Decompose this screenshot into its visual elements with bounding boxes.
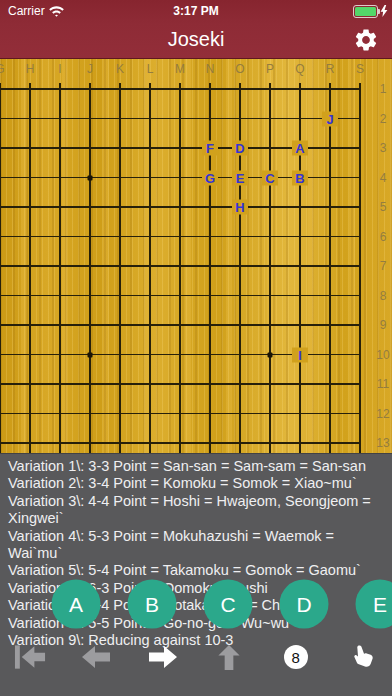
board-intersection[interactable] [135, 163, 165, 193]
go-board[interactable]: GHIJKLMNOPQRS 12345678910111213 ABCDEFGH… [0, 59, 392, 453]
board-intersection[interactable] [345, 163, 375, 193]
next-move-button[interactable] [143, 641, 183, 673]
board-intersection[interactable] [315, 310, 345, 340]
marked-point-a[interactable]: A [292, 141, 308, 156]
board-intersection[interactable] [135, 428, 165, 453]
board-intersection[interactable] [195, 281, 225, 311]
board-intersection[interactable] [345, 369, 375, 399]
board-intersection[interactable] [285, 104, 315, 134]
board-intersection[interactable] [75, 251, 105, 281]
column-label: G [0, 62, 5, 76]
board-intersection[interactable] [255, 369, 285, 399]
variation-button-b[interactable]: B [128, 580, 177, 629]
board-intersection[interactable] [315, 428, 345, 453]
board-intersection[interactable] [0, 340, 15, 370]
board-intersection[interactable] [0, 399, 15, 429]
board-intersection[interactable] [165, 251, 195, 281]
board-intersection[interactable] [255, 104, 285, 134]
board-intersection[interactable] [0, 428, 15, 453]
board-intersection[interactable] [165, 74, 195, 104]
board-intersection[interactable] [225, 399, 255, 429]
row-label: 2 [380, 112, 387, 126]
up-variation-button[interactable] [209, 641, 249, 673]
board-intersection[interactable] [315, 399, 345, 429]
board-intersection[interactable] [15, 310, 45, 340]
row-label: 13 [376, 436, 389, 450]
board-intersection[interactable] [285, 399, 315, 429]
battery-icon [353, 5, 378, 18]
board-intersection[interactable] [75, 192, 105, 222]
board-intersection[interactable] [345, 104, 375, 134]
board-intersection[interactable] [105, 251, 135, 281]
board-intersection[interactable] [45, 340, 75, 370]
row-label: 1 [380, 82, 387, 96]
board-intersection[interactable] [285, 428, 315, 453]
column-label: M [175, 62, 185, 76]
board-intersection[interactable] [315, 251, 345, 281]
star-point [88, 352, 93, 357]
board-intersection[interactable] [345, 133, 375, 163]
board-intersection[interactable] [165, 133, 195, 163]
board-intersection[interactable] [165, 399, 195, 429]
board-intersection[interactable] [255, 281, 285, 311]
previous-move-button[interactable] [76, 641, 116, 673]
board-intersection[interactable] [195, 369, 225, 399]
marked-point-j[interactable]: J [322, 111, 338, 126]
board-intersection[interactable] [225, 310, 255, 340]
board-intersection[interactable] [45, 104, 75, 134]
board-intersection[interactable] [285, 74, 315, 104]
board-intersection[interactable] [195, 74, 225, 104]
navigation-bar: Joseki [0, 22, 392, 59]
board-intersection[interactable] [225, 340, 255, 370]
column-label: H [26, 62, 35, 76]
board-intersection[interactable] [225, 222, 255, 252]
board-intersection[interactable] [255, 428, 285, 453]
variation-button-c[interactable]: C [204, 580, 253, 629]
board-intersection[interactable] [45, 163, 75, 193]
board-intersection[interactable] [75, 310, 105, 340]
first-move-button[interactable] [10, 641, 50, 673]
marked-point-g[interactable]: G [202, 170, 218, 185]
row-label: 8 [380, 289, 387, 303]
board-intersection[interactable] [345, 340, 375, 370]
board-intersection[interactable] [0, 104, 15, 134]
move-number-badge[interactable]: 8 [276, 641, 316, 673]
board-intersection[interactable] [15, 163, 45, 193]
board-intersection[interactable] [195, 104, 225, 134]
board-intersection[interactable] [285, 251, 315, 281]
board-intersection[interactable] [75, 133, 105, 163]
header: Carrier 3:17 PM Joseki [0, 0, 392, 59]
board-intersection[interactable] [15, 133, 45, 163]
star-point [268, 352, 273, 357]
column-label: P [266, 62, 274, 76]
board-intersection[interactable] [0, 251, 15, 281]
marked-point-d[interactable]: D [232, 141, 248, 156]
board-intersection[interactable] [195, 251, 225, 281]
board-intersection[interactable] [75, 281, 105, 311]
board-intersection[interactable] [15, 428, 45, 453]
board-intersection[interactable] [285, 192, 315, 222]
board-intersection[interactable] [15, 222, 45, 252]
column-label: J [87, 62, 93, 76]
board-intersection[interactable] [105, 399, 135, 429]
board-intersection[interactable] [345, 192, 375, 222]
board-intersection[interactable] [45, 133, 75, 163]
board-intersection[interactable] [345, 222, 375, 252]
board-intersection[interactable] [15, 340, 45, 370]
board-intersection[interactable] [0, 281, 15, 311]
row-label: 3 [380, 141, 387, 155]
board-intersection[interactable] [255, 133, 285, 163]
board-intersection[interactable] [135, 251, 165, 281]
board-intersection[interactable] [15, 251, 45, 281]
board-intersection[interactable] [285, 369, 315, 399]
board-intersection[interactable] [255, 222, 285, 252]
column-label: Q [295, 62, 304, 76]
board-intersection[interactable] [105, 104, 135, 134]
column-label: N [206, 62, 215, 76]
marked-point-c[interactable]: C [262, 170, 278, 185]
board-intersection[interactable] [195, 310, 225, 340]
row-label: 10 [376, 348, 389, 362]
clock: 3:17 PM [0, 4, 392, 18]
board-intersection[interactable] [225, 251, 255, 281]
board-intersection[interactable] [45, 310, 75, 340]
row-label: 9 [380, 318, 387, 332]
board-intersection[interactable] [135, 399, 165, 429]
board-intersection[interactable] [135, 222, 165, 252]
board-intersection[interactable] [105, 310, 135, 340]
marked-point-h[interactable]: H [232, 200, 248, 215]
board-intersection[interactable] [0, 192, 15, 222]
row-label: 5 [380, 200, 387, 214]
board-intersection[interactable] [75, 428, 105, 453]
board-grid [0, 74, 375, 453]
board-intersection[interactable] [195, 222, 225, 252]
column-label: I [58, 62, 61, 76]
row-label: 4 [380, 171, 387, 185]
board-intersection[interactable] [165, 222, 195, 252]
board-intersection[interactable] [135, 369, 165, 399]
board-intersection[interactable] [15, 281, 45, 311]
board-intersection[interactable] [195, 399, 225, 429]
board-intersection[interactable] [315, 133, 345, 163]
variation-line: Variation 4\: 5-3 Point = Mokuhazushi = … [8, 528, 384, 563]
move-number: 8 [291, 649, 299, 666]
column-label: K [116, 62, 124, 76]
marked-point-e[interactable]: E [232, 170, 248, 185]
board-intersection[interactable] [285, 310, 315, 340]
board-intersection[interactable] [345, 281, 375, 311]
board-intersection[interactable] [45, 251, 75, 281]
page-title: Joseki [0, 28, 392, 51]
board-intersection[interactable] [165, 428, 195, 453]
board-intersection[interactable] [0, 74, 15, 104]
board-intersection[interactable] [225, 281, 255, 311]
board-intersection[interactable] [105, 192, 135, 222]
board-intersection[interactable] [345, 428, 375, 453]
board-intersection[interactable] [255, 74, 285, 104]
status-bar: Carrier 3:17 PM [0, 0, 392, 22]
column-label: S [356, 62, 364, 76]
column-label: O [235, 62, 244, 76]
board-intersection[interactable] [0, 222, 15, 252]
board-intersection[interactable] [0, 163, 15, 193]
board-intersection[interactable] [345, 310, 375, 340]
board-intersection[interactable] [135, 104, 165, 134]
board-intersection[interactable] [135, 74, 165, 104]
board-intersection[interactable] [135, 310, 165, 340]
board-intersection[interactable] [45, 428, 75, 453]
board-intersection[interactable] [315, 340, 345, 370]
board-intersection[interactable] [345, 74, 375, 104]
row-label: 12 [376, 407, 389, 421]
board-intersection[interactable] [45, 281, 75, 311]
board-intersection[interactable] [315, 192, 345, 222]
board-intersection[interactable] [105, 281, 135, 311]
board-intersection[interactable] [225, 104, 255, 134]
board-intersection[interactable] [45, 192, 75, 222]
board-intersection[interactable] [45, 74, 75, 104]
board-intersection[interactable] [285, 222, 315, 252]
variation-button-a[interactable]: A [52, 580, 101, 629]
marked-point-i[interactable]: I [292, 347, 308, 362]
row-label: 11 [377, 377, 389, 391]
board-intersection[interactable] [255, 310, 285, 340]
board-intersection[interactable] [75, 222, 105, 252]
board-intersection[interactable] [45, 399, 75, 429]
board-intersection[interactable] [0, 369, 15, 399]
marked-point-f[interactable]: F [202, 141, 218, 156]
star-point [88, 175, 93, 180]
board-intersection[interactable] [165, 192, 195, 222]
board-intersection[interactable] [165, 369, 195, 399]
board-intersection[interactable] [15, 399, 45, 429]
board-intersection[interactable] [45, 369, 75, 399]
board-intersection[interactable] [15, 369, 45, 399]
board-intersection[interactable] [285, 281, 315, 311]
board-intersection[interactable] [165, 310, 195, 340]
board-intersection[interactable] [135, 340, 165, 370]
board-intersection[interactable] [165, 104, 195, 134]
board-intersection[interactable] [225, 369, 255, 399]
board-intersection[interactable] [105, 133, 135, 163]
board-intersection[interactable] [105, 340, 135, 370]
board-intersection[interactable] [135, 281, 165, 311]
board-intersection[interactable] [45, 222, 75, 252]
board-intersection[interactable] [345, 399, 375, 429]
board-intersection[interactable] [75, 399, 105, 429]
board-intersection[interactable] [315, 74, 345, 104]
board-intersection[interactable] [135, 192, 165, 222]
board-intersection[interactable] [255, 399, 285, 429]
board-intersection[interactable] [225, 428, 255, 453]
board-intersection[interactable] [0, 310, 15, 340]
board-intersection[interactable] [195, 192, 225, 222]
board-intersection[interactable] [105, 222, 135, 252]
hand-tool-button[interactable] [342, 641, 382, 673]
settings-gear-button[interactable] [353, 27, 379, 53]
variation-line: Variation 1\: 3-3 Point = San-san = Sam-… [8, 458, 384, 475]
board-intersection[interactable] [255, 251, 285, 281]
row-label: 7 [380, 259, 387, 273]
column-label: R [326, 62, 335, 76]
board-intersection[interactable] [195, 428, 225, 453]
board-intersection[interactable] [165, 163, 195, 193]
variation-button-d[interactable]: D [280, 580, 329, 629]
board-intersection[interactable] [105, 428, 135, 453]
board-intersection[interactable] [75, 369, 105, 399]
board-intersection[interactable] [105, 369, 135, 399]
board-intersection[interactable] [315, 222, 345, 252]
board-intersection[interactable] [75, 104, 105, 134]
board-intersection[interactable] [345, 251, 375, 281]
column-label: L [147, 62, 154, 76]
board-intersection[interactable] [315, 369, 345, 399]
board-intersection[interactable] [165, 281, 195, 311]
variation-line: Variation 3\: 4-4 Point = Hoshi = Hwajeo… [8, 493, 384, 528]
board-intersection[interactable] [135, 133, 165, 163]
board-intersection[interactable] [105, 163, 135, 193]
board-intersection[interactable] [315, 163, 345, 193]
row-label: 6 [380, 230, 387, 244]
board-intersection[interactable] [195, 340, 225, 370]
charging-bolt-icon [380, 5, 388, 17]
board-intersection[interactable] [15, 74, 45, 104]
variation-line: Variation 5\: 5-4 Point = Takamoku = Gom… [8, 562, 384, 579]
marked-point-b[interactable]: B [292, 170, 308, 185]
board-intersection[interactable] [225, 74, 255, 104]
board-intersection[interactable] [15, 192, 45, 222]
variation-line: Variation 2\: 3-4 Point = Komoku = Somok… [8, 475, 384, 492]
board-intersection[interactable] [315, 281, 345, 311]
board-intersection[interactable] [75, 74, 105, 104]
board-intersection[interactable] [0, 133, 15, 163]
joseki-app-screen: Carrier 3:17 PM Joseki [0, 0, 392, 696]
bottom-toolbar: 8 [10, 639, 382, 675]
board-intersection[interactable] [165, 340, 195, 370]
board-intersection[interactable] [15, 104, 45, 134]
board-intersection[interactable] [105, 74, 135, 104]
board-intersection[interactable] [255, 192, 285, 222]
